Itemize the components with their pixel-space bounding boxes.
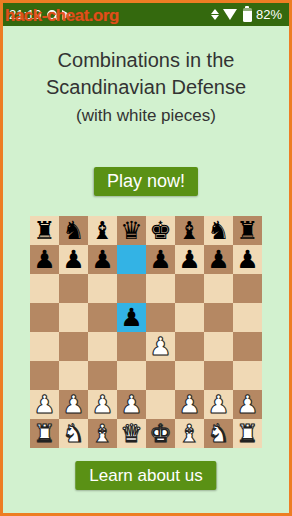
- square-g8[interactable]: ♞: [204, 216, 233, 245]
- square-b6[interactable]: [59, 274, 88, 303]
- square-h4[interactable]: [233, 332, 262, 361]
- square-h6[interactable]: [233, 274, 262, 303]
- page-title-line2: Scandinavian Defense: [46, 76, 246, 98]
- black-pawn-a7[interactable]: ♟: [33, 245, 55, 274]
- square-c4[interactable]: [88, 332, 117, 361]
- white-knight-g1[interactable]: ♞: [207, 419, 229, 448]
- white-pawn-e4[interactable]: ♟: [149, 332, 171, 361]
- square-a2[interactable]: ♟: [30, 390, 59, 419]
- square-e6[interactable]: [146, 274, 175, 303]
- battery-icon: [243, 8, 252, 22]
- white-pawn-h2[interactable]: ♟: [236, 390, 258, 419]
- square-d3[interactable]: [117, 361, 146, 390]
- square-c5[interactable]: [88, 303, 117, 332]
- square-a5[interactable]: [30, 303, 59, 332]
- square-d6[interactable]: [117, 274, 146, 303]
- black-rook-a8[interactable]: ♜: [33, 216, 55, 245]
- black-knight-b8[interactable]: ♞: [62, 216, 84, 245]
- black-pawn-g7[interactable]: ♟: [207, 245, 229, 274]
- square-e3[interactable]: [146, 361, 175, 390]
- square-b7[interactable]: ♟: [59, 245, 88, 274]
- wifi-icon: [223, 9, 237, 20]
- square-e8[interactable]: ♚: [146, 216, 175, 245]
- square-g7[interactable]: ♟: [204, 245, 233, 274]
- square-a7[interactable]: ♟: [30, 245, 59, 274]
- square-g1[interactable]: ♞: [204, 419, 233, 448]
- square-a4[interactable]: [30, 332, 59, 361]
- square-b1[interactable]: ♞: [59, 419, 88, 448]
- statusbar-right: 82%: [211, 7, 282, 22]
- learn-about-us-button[interactable]: Learn about us: [75, 461, 216, 490]
- white-rook-a1[interactable]: ♜: [33, 419, 55, 448]
- square-f1[interactable]: ♝: [175, 419, 204, 448]
- white-bishop-f1[interactable]: ♝: [178, 419, 200, 448]
- white-rook-h1[interactable]: ♜: [236, 419, 258, 448]
- black-pawn-h7[interactable]: ♟: [236, 245, 258, 274]
- black-pawn-c7[interactable]: ♟: [91, 245, 113, 274]
- network-activity-icon: [211, 9, 219, 20]
- square-b3[interactable]: [59, 361, 88, 390]
- square-d8[interactable]: ♛: [117, 216, 146, 245]
- square-c1[interactable]: ♝: [88, 419, 117, 448]
- square-f6[interactable]: [175, 274, 204, 303]
- square-d4[interactable]: [117, 332, 146, 361]
- square-h3[interactable]: [233, 361, 262, 390]
- white-pawn-a2[interactable]: ♟: [33, 390, 55, 419]
- white-pawn-d2[interactable]: ♟: [120, 390, 142, 419]
- black-queen-d8[interactable]: ♛: [120, 216, 142, 245]
- black-bishop-c8[interactable]: ♝: [91, 216, 113, 245]
- square-g6[interactable]: [204, 274, 233, 303]
- square-b8[interactable]: ♞: [59, 216, 88, 245]
- square-f8[interactable]: ♝: [175, 216, 204, 245]
- square-d7[interactable]: [117, 245, 146, 274]
- chess-board: ♜♞♝♛♚♝♞♜♟♟♟♟♟♟♟♟♟♟♟♟♟♟♟♟♜♞♝♛♚♝♞♜: [30, 216, 262, 448]
- square-d5[interactable]: ♟: [117, 303, 146, 332]
- square-f3[interactable]: [175, 361, 204, 390]
- square-h1[interactable]: ♜: [233, 419, 262, 448]
- square-c6[interactable]: [88, 274, 117, 303]
- square-h2[interactable]: ♟: [233, 390, 262, 419]
- square-f5[interactable]: [175, 303, 204, 332]
- square-e1[interactable]: ♚: [146, 419, 175, 448]
- square-g3[interactable]: [204, 361, 233, 390]
- black-rook-h8[interactable]: ♜: [236, 216, 258, 245]
- square-a6[interactable]: [30, 274, 59, 303]
- black-bishop-f8[interactable]: ♝: [178, 216, 200, 245]
- square-e7[interactable]: ♟: [146, 245, 175, 274]
- square-b2[interactable]: ♟: [59, 390, 88, 419]
- play-now-button[interactable]: Play now!: [94, 167, 198, 196]
- square-c3[interactable]: [88, 361, 117, 390]
- square-e2[interactable]: [146, 390, 175, 419]
- white-knight-b1[interactable]: ♞: [62, 419, 84, 448]
- watermark-text: hack-cheat.org: [5, 6, 119, 26]
- black-pawn-d5[interactable]: ♟: [120, 303, 142, 332]
- square-e5[interactable]: [146, 303, 175, 332]
- square-b4[interactable]: [59, 332, 88, 361]
- black-pawn-b7[interactable]: ♟: [62, 245, 84, 274]
- page-title: Combinations in the Scandinavian Defense: [3, 47, 289, 101]
- battery-percent: 82%: [256, 7, 282, 22]
- square-h5[interactable]: [233, 303, 262, 332]
- white-pawn-f2[interactable]: ♟: [178, 390, 200, 419]
- black-knight-g8[interactable]: ♞: [207, 216, 229, 245]
- square-c7[interactable]: ♟: [88, 245, 117, 274]
- square-a8[interactable]: ♜: [30, 216, 59, 245]
- square-c2[interactable]: ♟: [88, 390, 117, 419]
- square-g5[interactable]: [204, 303, 233, 332]
- square-c8[interactable]: ♝: [88, 216, 117, 245]
- black-pawn-e7[interactable]: ♟: [149, 245, 171, 274]
- white-pawn-g2[interactable]: ♟: [207, 390, 229, 419]
- square-g4[interactable]: [204, 332, 233, 361]
- square-h7[interactable]: ♟: [233, 245, 262, 274]
- square-g2[interactable]: ♟: [204, 390, 233, 419]
- square-a3[interactable]: [30, 361, 59, 390]
- white-bishop-c1[interactable]: ♝: [91, 419, 113, 448]
- app-screen: 21:19 82% hack-cheat.org Combinations in…: [0, 0, 292, 516]
- black-king-e8[interactable]: ♚: [149, 216, 171, 245]
- white-pawn-b2[interactable]: ♟: [62, 390, 84, 419]
- white-king-e1[interactable]: ♚: [149, 419, 171, 448]
- white-queen-d1[interactable]: ♛: [120, 419, 142, 448]
- square-d1[interactable]: ♛: [117, 419, 146, 448]
- square-d2[interactable]: ♟: [117, 390, 146, 419]
- black-pawn-f7[interactable]: ♟: [178, 245, 200, 274]
- square-b5[interactable]: [59, 303, 88, 332]
- square-f4[interactable]: [175, 332, 204, 361]
- square-a1[interactable]: ♜: [30, 419, 59, 448]
- square-f2[interactable]: ♟: [175, 390, 204, 419]
- page-title-line1: Combinations in the: [58, 49, 235, 71]
- square-f7[interactable]: ♟: [175, 245, 204, 274]
- page-subtitle: (with white pieces): [3, 106, 289, 126]
- square-e4[interactable]: ♟: [146, 332, 175, 361]
- square-h8[interactable]: ♜: [233, 216, 262, 245]
- white-pawn-c2[interactable]: ♟: [91, 390, 113, 419]
